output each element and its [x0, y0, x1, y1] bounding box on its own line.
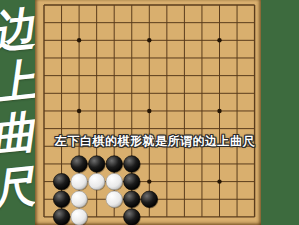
black-stone: [53, 209, 69, 225]
go-board-grid: [35, 0, 261, 225]
black-stone: [141, 191, 157, 207]
video-frame: 边 上 曲 尺 左下白棋的棋形就是所谓的边上曲尺: [0, 0, 299, 225]
star-point: [77, 38, 81, 42]
star-point: [147, 109, 151, 113]
white-stone: [106, 173, 122, 189]
star-point: [217, 179, 221, 183]
black-stone: [124, 209, 140, 225]
white-stone: [71, 209, 87, 225]
right-green-bar: [261, 0, 299, 225]
white-stone: [71, 191, 87, 207]
star-point: [147, 179, 151, 183]
go-board: [35, 0, 261, 225]
black-stone: [88, 156, 104, 172]
left-green-bar: 边 上 曲 尺: [0, 0, 35, 225]
black-stone: [124, 173, 140, 189]
star-point: [77, 109, 81, 113]
white-stone: [106, 191, 122, 207]
star-point: [217, 38, 221, 42]
subtitle-text: 左下白棋的棋形就是所谓的边上曲尺: [55, 133, 255, 150]
star-point: [217, 109, 221, 113]
black-stone: [53, 173, 69, 189]
star-point: [147, 38, 151, 42]
black-stone: [124, 156, 140, 172]
white-stone: [88, 173, 104, 189]
black-stone: [53, 191, 69, 207]
black-stone: [106, 156, 122, 172]
black-stone: [124, 191, 140, 207]
black-stone: [71, 156, 87, 172]
white-stone: [71, 173, 87, 189]
